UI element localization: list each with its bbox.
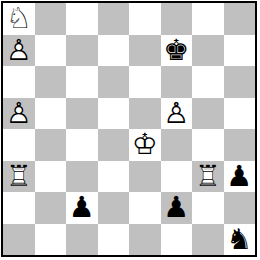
square-c3[interactable] bbox=[66, 161, 98, 193]
square-d2[interactable] bbox=[98, 192, 130, 224]
white-pawn-a5[interactable]: ♟♙ bbox=[3, 98, 35, 130]
pawn-icon: ♙ bbox=[3, 98, 35, 130]
square-c5[interactable] bbox=[66, 98, 98, 130]
square-b2[interactable] bbox=[35, 192, 67, 224]
white-king-e4[interactable]: ♚♔ bbox=[129, 129, 161, 161]
square-d1[interactable] bbox=[98, 224, 130, 256]
square-h6[interactable] bbox=[224, 66, 256, 98]
square-a1[interactable] bbox=[3, 224, 35, 256]
square-a7[interactable]: ♟♙ bbox=[3, 35, 35, 67]
king-icon: ♔ bbox=[129, 129, 161, 161]
square-c8[interactable] bbox=[66, 3, 98, 35]
square-h3[interactable]: ♟ bbox=[224, 161, 256, 193]
square-f1[interactable] bbox=[161, 224, 193, 256]
square-h2[interactable] bbox=[224, 192, 256, 224]
knight-icon: ♘ bbox=[3, 3, 35, 35]
white-rook-a3[interactable]: ♜♖ bbox=[3, 161, 35, 193]
square-d5[interactable] bbox=[98, 98, 130, 130]
square-g5[interactable] bbox=[192, 98, 224, 130]
square-f6[interactable] bbox=[161, 66, 193, 98]
square-g7[interactable] bbox=[192, 35, 224, 67]
black-knight-h1[interactable]: ♞ bbox=[224, 224, 256, 256]
black-pawn-h3[interactable]: ♟ bbox=[224, 161, 256, 193]
square-g8[interactable] bbox=[192, 3, 224, 35]
square-d4[interactable] bbox=[98, 129, 130, 161]
square-b3[interactable] bbox=[35, 161, 67, 193]
square-g6[interactable] bbox=[192, 66, 224, 98]
pawn-icon: ♙ bbox=[161, 98, 193, 130]
square-e4[interactable]: ♚♔ bbox=[129, 129, 161, 161]
square-c2[interactable]: ♟ bbox=[66, 192, 98, 224]
square-b7[interactable] bbox=[35, 35, 67, 67]
square-a4[interactable] bbox=[3, 129, 35, 161]
square-a8[interactable]: ♞♘ bbox=[3, 3, 35, 35]
white-pawn-a7[interactable]: ♟♙ bbox=[3, 35, 35, 67]
square-a2[interactable] bbox=[3, 192, 35, 224]
square-e5[interactable] bbox=[129, 98, 161, 130]
square-f7[interactable]: ♚ bbox=[161, 35, 193, 67]
square-g1[interactable] bbox=[192, 224, 224, 256]
square-h5[interactable] bbox=[224, 98, 256, 130]
square-b4[interactable] bbox=[35, 129, 67, 161]
square-e6[interactable] bbox=[129, 66, 161, 98]
rook-icon: ♖ bbox=[3, 161, 35, 193]
square-e7[interactable] bbox=[129, 35, 161, 67]
rook-icon: ♖ bbox=[192, 161, 224, 193]
square-e3[interactable] bbox=[129, 161, 161, 193]
square-e1[interactable] bbox=[129, 224, 161, 256]
square-h1[interactable]: ♞ bbox=[224, 224, 256, 256]
square-b1[interactable] bbox=[35, 224, 67, 256]
square-c4[interactable] bbox=[66, 129, 98, 161]
white-pawn-f5[interactable]: ♟♙ bbox=[161, 98, 193, 130]
black-pawn-f2[interactable]: ♟ bbox=[161, 192, 193, 224]
square-d7[interactable] bbox=[98, 35, 130, 67]
white-knight-a8[interactable]: ♞♘ bbox=[3, 3, 35, 35]
black-king-f7[interactable]: ♚ bbox=[161, 35, 193, 67]
square-b8[interactable] bbox=[35, 3, 67, 35]
square-d8[interactable] bbox=[98, 3, 130, 35]
square-a3[interactable]: ♜♖ bbox=[3, 161, 35, 193]
square-c6[interactable] bbox=[66, 66, 98, 98]
square-d3[interactable] bbox=[98, 161, 130, 193]
square-g4[interactable] bbox=[192, 129, 224, 161]
chess-board: ♞♘♟♙♚♟♙♟♙♚♔♜♖♜♖♟♟♟♞ bbox=[3, 3, 255, 255]
square-b5[interactable] bbox=[35, 98, 67, 130]
white-rook-g3[interactable]: ♜♖ bbox=[192, 161, 224, 193]
square-f8[interactable] bbox=[161, 3, 193, 35]
square-e2[interactable] bbox=[129, 192, 161, 224]
square-g3[interactable]: ♜♖ bbox=[192, 161, 224, 193]
pawn-icon: ♙ bbox=[3, 35, 35, 67]
square-g2[interactable] bbox=[192, 192, 224, 224]
square-f3[interactable] bbox=[161, 161, 193, 193]
square-c7[interactable] bbox=[66, 35, 98, 67]
square-a5[interactable]: ♟♙ bbox=[3, 98, 35, 130]
square-e8[interactable] bbox=[129, 3, 161, 35]
square-h8[interactable] bbox=[224, 3, 256, 35]
square-d6[interactable] bbox=[98, 66, 130, 98]
square-f5[interactable]: ♟♙ bbox=[161, 98, 193, 130]
square-a6[interactable] bbox=[3, 66, 35, 98]
square-b6[interactable] bbox=[35, 66, 67, 98]
square-f4[interactable] bbox=[161, 129, 193, 161]
black-pawn-c2[interactable]: ♟ bbox=[66, 192, 98, 224]
square-h7[interactable] bbox=[224, 35, 256, 67]
square-f2[interactable]: ♟ bbox=[161, 192, 193, 224]
square-h4[interactable] bbox=[224, 129, 256, 161]
square-c1[interactable] bbox=[66, 224, 98, 256]
board-frame: ♞♘♟♙♚♟♙♟♙♚♔♜♖♜♖♟♟♟♞ bbox=[1, 1, 257, 257]
